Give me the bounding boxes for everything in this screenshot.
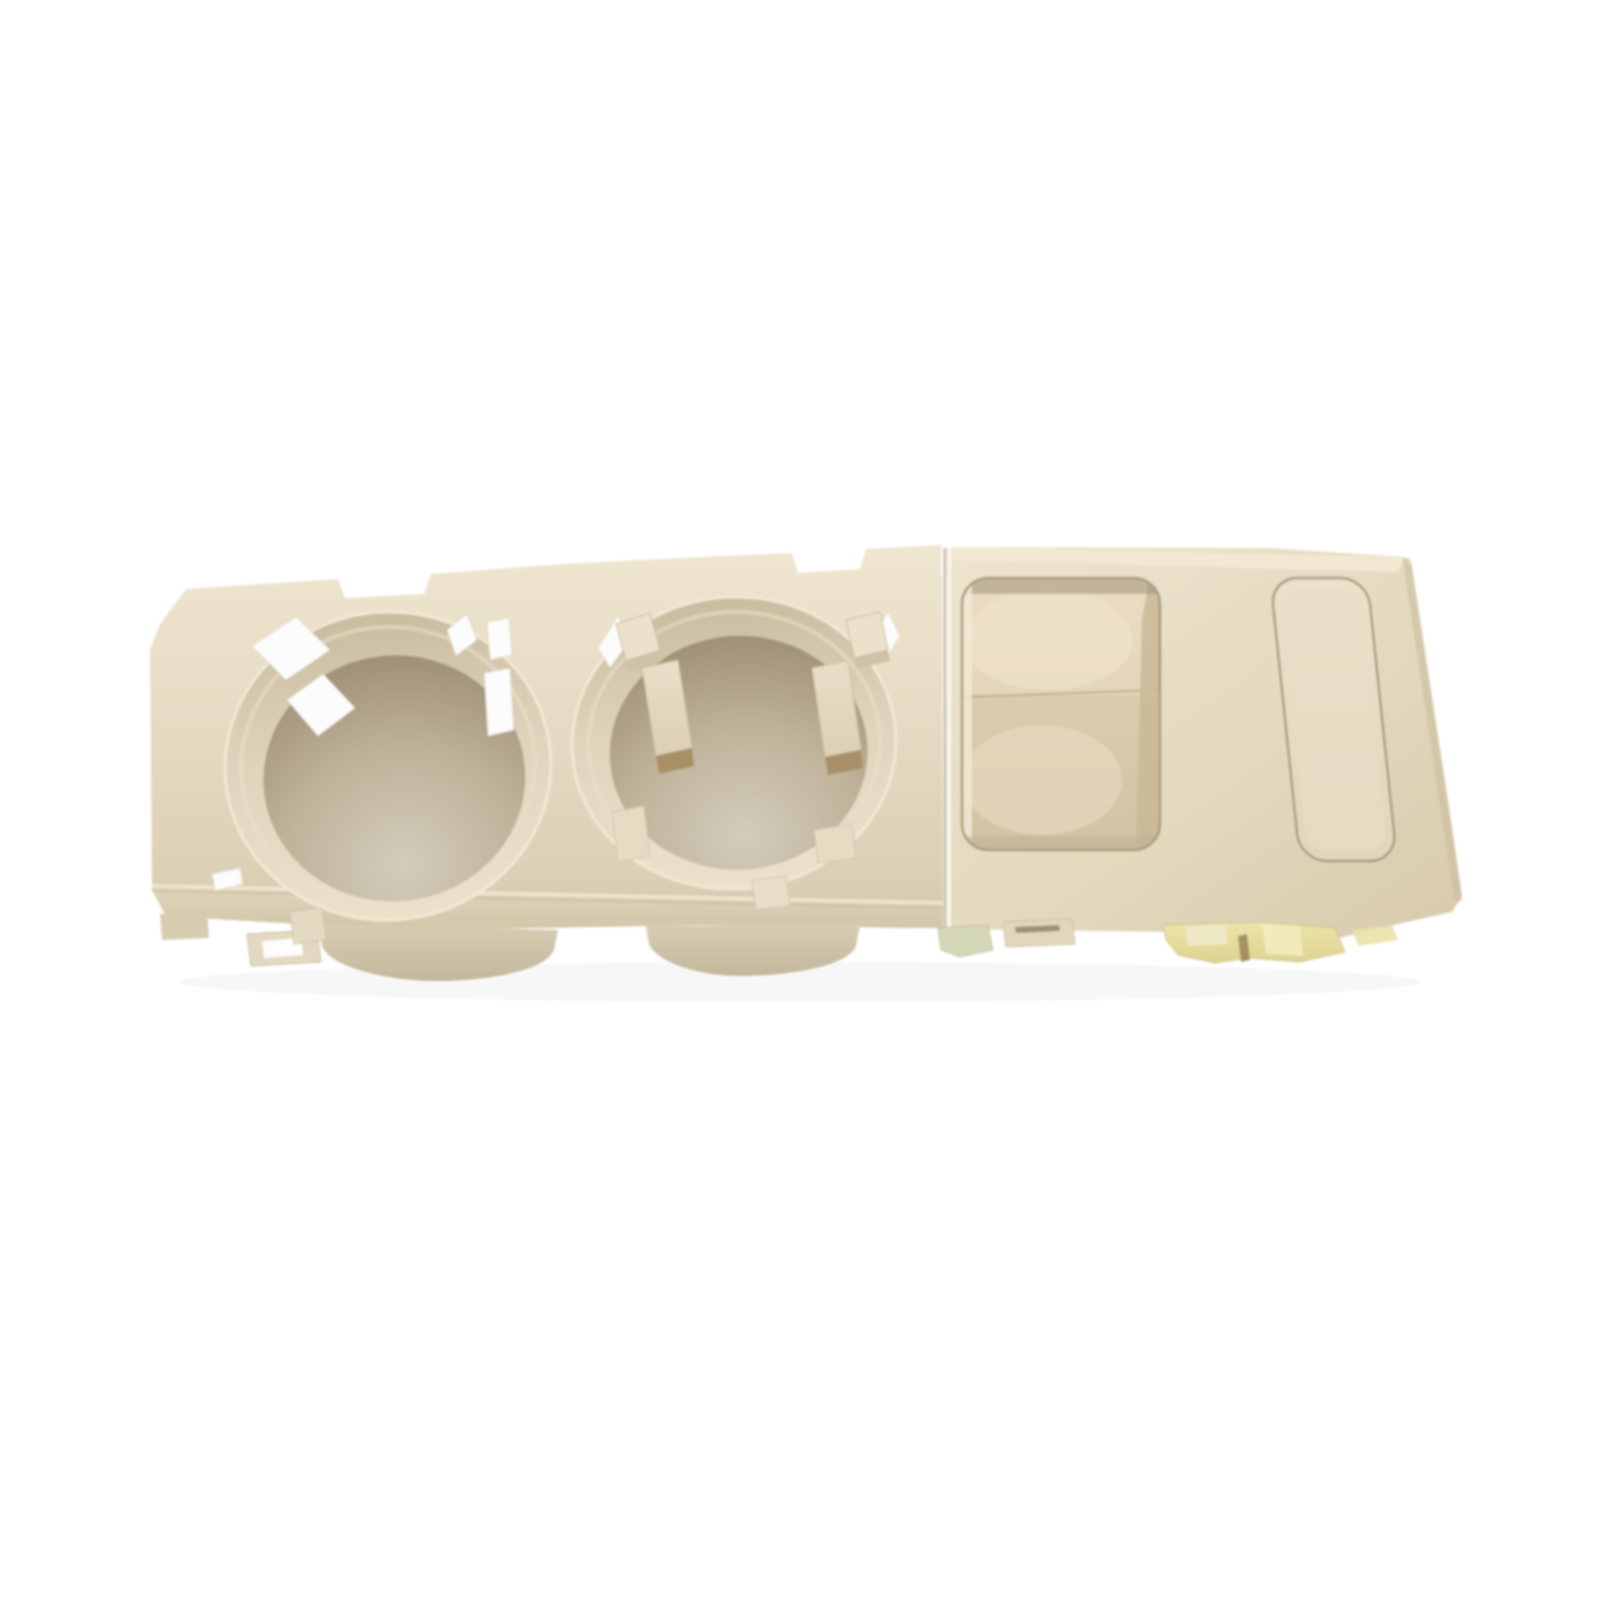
storage-recess xyxy=(962,578,1160,850)
yellow-connector-cream xyxy=(1185,924,1228,946)
slot-right-tall xyxy=(484,668,514,736)
coin-tray xyxy=(951,547,1462,940)
bottom-tab-right xyxy=(814,824,856,863)
slot-right-small xyxy=(487,618,512,660)
recess-bottom-shadow xyxy=(962,836,1160,850)
front-cup-bottom-tab xyxy=(290,908,326,944)
recess-top-shadow xyxy=(962,578,1160,594)
recess-floor-light xyxy=(962,725,1122,835)
tray-side-ledge xyxy=(160,912,209,940)
yellow-connector-bright xyxy=(1262,924,1303,956)
cup-holder-module-photo xyxy=(0,0,1600,1600)
bottom-tab-center xyxy=(752,876,790,910)
product-photo xyxy=(0,0,1600,1600)
green-clip xyxy=(938,925,993,957)
storage-recess-interior xyxy=(962,578,1160,850)
bottom-tab-left xyxy=(612,806,650,862)
recess-back-light xyxy=(963,590,1133,690)
beige-tab xyxy=(1003,919,1075,947)
top-tab-right xyxy=(846,612,888,658)
recess-left-highlight xyxy=(962,582,972,844)
cup-holder-module xyxy=(150,545,1462,1002)
